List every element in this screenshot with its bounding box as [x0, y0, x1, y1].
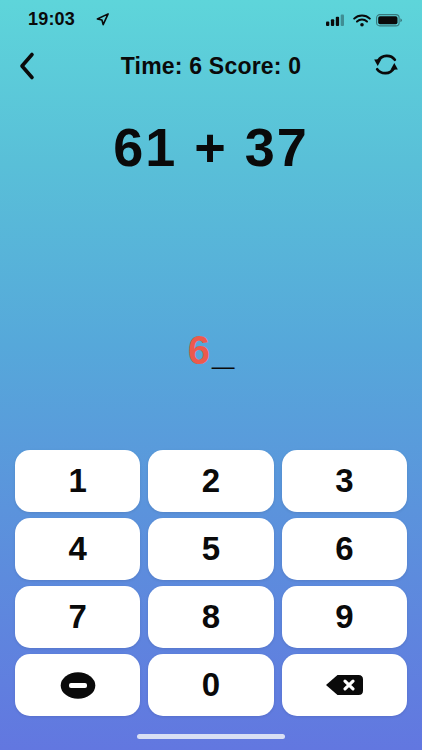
status-time: 19:03 — [28, 10, 75, 28]
chevron-left-icon — [17, 51, 37, 81]
answer-display: 6_ — [0, 323, 422, 377]
key-0[interactable]: 0 — [148, 654, 273, 716]
nav-title: Time: 6 Score: 0 — [0, 44, 422, 88]
minus-circle-icon — [60, 672, 96, 699]
refresh-icon — [371, 51, 401, 78]
backspace-icon — [324, 674, 364, 696]
cellular-signal-icon — [326, 14, 347, 26]
wifi-icon — [353, 14, 371, 27]
home-indicator[interactable] — [137, 734, 285, 739]
key-9[interactable]: 9 — [282, 586, 407, 648]
key-3[interactable]: 3 — [282, 450, 407, 512]
refresh-button[interactable] — [366, 44, 406, 84]
key-backspace[interactable] — [282, 654, 407, 716]
problem-text: 61 + 37 — [0, 115, 422, 179]
key-5[interactable]: 5 — [148, 518, 273, 580]
key-8[interactable]: 8 — [148, 586, 273, 648]
key-7[interactable]: 7 — [15, 586, 140, 648]
battery-icon — [376, 14, 403, 27]
nav-bar: Time: 6 Score: 0 — [0, 44, 422, 88]
answer-cursor: _ — [212, 328, 234, 372]
location-icon — [95, 12, 110, 27]
back-button[interactable] — [6, 47, 48, 85]
key-4[interactable]: 4 — [15, 518, 140, 580]
key-minus[interactable] — [15, 654, 140, 716]
status-bar: 19:03 — [0, 0, 422, 44]
keypad: 1 2 3 4 5 6 7 8 9 0 — [15, 450, 407, 716]
key-6[interactable]: 6 — [282, 518, 407, 580]
key-1[interactable]: 1 — [15, 450, 140, 512]
answer-entered-digits: 6 — [188, 328, 210, 372]
key-2[interactable]: 2 — [148, 450, 273, 512]
app-screen: 19:03 — [0, 0, 422, 750]
